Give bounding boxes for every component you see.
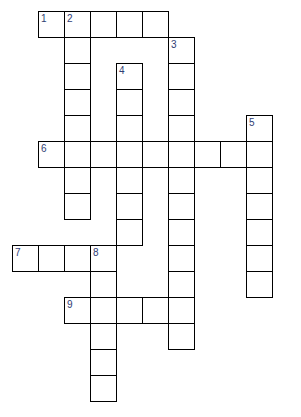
cell-r13c4[interactable]	[90, 323, 117, 350]
cell-r10c7[interactable]	[168, 245, 195, 272]
cell-r12c5[interactable]	[116, 297, 143, 324]
cell-r10c10[interactable]	[246, 245, 273, 272]
clue-number-7: 7	[15, 247, 21, 258]
cell-r9c7[interactable]	[168, 219, 195, 246]
cell-r10c2[interactable]	[38, 245, 65, 272]
cell-r5c5[interactable]	[116, 115, 143, 142]
cell-r12c7[interactable]	[168, 297, 195, 324]
cell-r11c4[interactable]	[90, 271, 117, 298]
cell-r8c3[interactable]	[64, 193, 91, 220]
cell-r5c3[interactable]	[64, 115, 91, 142]
cell-r10c3[interactable]	[64, 245, 91, 272]
cell-r2c7[interactable]: 3	[168, 37, 195, 64]
cell-r12c6[interactable]	[142, 297, 169, 324]
cell-r1c6[interactable]	[142, 11, 169, 38]
cell-r8c10[interactable]	[246, 193, 273, 220]
cell-r13c7[interactable]	[168, 323, 195, 350]
cell-r6c6[interactable]	[142, 141, 169, 168]
cell-r5c10[interactable]: 5	[246, 115, 273, 142]
cell-r3c3[interactable]	[64, 63, 91, 90]
cell-r6c4[interactable]	[90, 141, 117, 168]
cell-r10c4[interactable]: 8	[90, 245, 117, 272]
cell-r1c4[interactable]	[90, 11, 117, 38]
cell-r4c3[interactable]	[64, 89, 91, 116]
crossword-board: 123456789	[12, 11, 273, 402]
cell-r1c5[interactable]	[116, 11, 143, 38]
cell-r2c3[interactable]	[64, 37, 91, 64]
cell-r12c3[interactable]: 9	[64, 297, 91, 324]
cell-r1c2[interactable]: 1	[38, 11, 65, 38]
cell-r14c4[interactable]	[90, 349, 117, 376]
cell-r9c5[interactable]	[116, 219, 143, 246]
cell-r3c7[interactable]	[168, 63, 195, 90]
cell-r12c4[interactable]	[90, 297, 117, 324]
clue-number-8: 8	[93, 247, 99, 258]
cell-r7c3[interactable]	[64, 167, 91, 194]
clue-number-3: 3	[171, 39, 177, 50]
clue-number-6: 6	[41, 143, 47, 154]
cell-r4c7[interactable]	[168, 89, 195, 116]
cell-r15c4[interactable]	[90, 375, 117, 402]
cell-r1c3[interactable]: 2	[64, 11, 91, 38]
cell-r6c8[interactable]	[194, 141, 221, 168]
cell-r10c1[interactable]: 7	[12, 245, 39, 272]
cell-r4c5[interactable]	[116, 89, 143, 116]
cell-r6c5[interactable]	[116, 141, 143, 168]
cell-r7c7[interactable]	[168, 167, 195, 194]
cell-r8c5[interactable]	[116, 193, 143, 220]
clue-number-9: 9	[67, 299, 73, 310]
clue-number-2: 2	[67, 13, 73, 24]
crossword-page: 123456789	[0, 0, 301, 417]
clue-number-4: 4	[119, 65, 125, 76]
cell-r7c5[interactable]	[116, 167, 143, 194]
cell-r8c7[interactable]	[168, 193, 195, 220]
cell-r6c3[interactable]	[64, 141, 91, 168]
cell-r11c10[interactable]	[246, 271, 273, 298]
cell-r6c2[interactable]: 6	[38, 141, 65, 168]
cell-r3c5[interactable]: 4	[116, 63, 143, 90]
cell-r6c9[interactable]	[220, 141, 247, 168]
cell-r5c7[interactable]	[168, 115, 195, 142]
cell-r6c7[interactable]	[168, 141, 195, 168]
cell-r7c10[interactable]	[246, 167, 273, 194]
cell-r9c10[interactable]	[246, 219, 273, 246]
clue-number-1: 1	[41, 13, 47, 24]
clue-number-5: 5	[249, 117, 255, 128]
cell-r11c7[interactable]	[168, 271, 195, 298]
cell-r6c10[interactable]	[246, 141, 273, 168]
